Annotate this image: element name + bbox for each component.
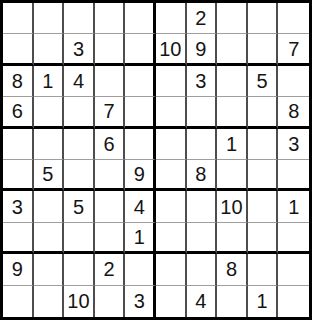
- cell-r2c4[interactable]: [95, 34, 126, 65]
- cell-r6c1[interactable]: [3, 160, 34, 191]
- cell-r2c5[interactable]: [125, 34, 156, 65]
- cell-r8c2[interactable]: [34, 223, 65, 254]
- cell-r10c2[interactable]: [34, 286, 65, 317]
- cell-r9c2[interactable]: [34, 254, 65, 285]
- cell-r10c1[interactable]: [3, 286, 34, 317]
- cell-r4c6[interactable]: [156, 97, 187, 128]
- cell-r9c9[interactable]: [248, 254, 279, 285]
- cell-r4c7[interactable]: [187, 97, 218, 128]
- cell-r4c10[interactable]: 8: [278, 97, 309, 128]
- cell-r5c7[interactable]: [187, 129, 218, 160]
- cell-r3c9[interactable]: 5: [248, 66, 279, 97]
- cell-r1c5[interactable]: [125, 3, 156, 34]
- cell-r6c2[interactable]: 5: [34, 160, 65, 191]
- cell-r8c5[interactable]: 1: [125, 223, 156, 254]
- sudoku-board: 23109781435678613598354101192810341: [0, 0, 312, 320]
- cell-r10c3[interactable]: 10: [64, 286, 95, 317]
- cell-r3c8[interactable]: [217, 66, 248, 97]
- cell-r2c8[interactable]: [217, 34, 248, 65]
- cell-r5c3[interactable]: [64, 129, 95, 160]
- cell-r6c4[interactable]: [95, 160, 126, 191]
- cell-r6c5[interactable]: 9: [125, 160, 156, 191]
- cell-r3c2[interactable]: 1: [34, 66, 65, 97]
- cell-r9c1[interactable]: 9: [3, 254, 34, 285]
- cell-r3c5[interactable]: [125, 66, 156, 97]
- cell-r7c6[interactable]: [156, 191, 187, 222]
- cell-r1c2[interactable]: [34, 3, 65, 34]
- cell-r2c7[interactable]: 9: [187, 34, 218, 65]
- cell-r8c9[interactable]: [248, 223, 279, 254]
- cell-r4c1[interactable]: 6: [3, 97, 34, 128]
- cell-r8c6[interactable]: [156, 223, 187, 254]
- cell-r4c8[interactable]: [217, 97, 248, 128]
- cell-r2c1[interactable]: [3, 34, 34, 65]
- cell-r8c7[interactable]: [187, 223, 218, 254]
- cell-r9c10[interactable]: [278, 254, 309, 285]
- cell-r5c10[interactable]: 3: [278, 129, 309, 160]
- cell-r9c6[interactable]: [156, 254, 187, 285]
- cell-r2c10[interactable]: 7: [278, 34, 309, 65]
- cell-r3c1[interactable]: 8: [3, 66, 34, 97]
- cell-r1c7[interactable]: 2: [187, 3, 218, 34]
- cell-r8c10[interactable]: [278, 223, 309, 254]
- cell-r8c1[interactable]: [3, 223, 34, 254]
- cell-r4c3[interactable]: [64, 97, 95, 128]
- cell-r6c8[interactable]: [217, 160, 248, 191]
- cell-r9c4[interactable]: 2: [95, 254, 126, 285]
- cell-r6c6[interactable]: [156, 160, 187, 191]
- cell-r10c10[interactable]: [278, 286, 309, 317]
- cell-r9c5[interactable]: [125, 254, 156, 285]
- cell-r5c9[interactable]: [248, 129, 279, 160]
- cell-r1c4[interactable]: [95, 3, 126, 34]
- cell-r7c2[interactable]: [34, 191, 65, 222]
- cell-r6c7[interactable]: 8: [187, 160, 218, 191]
- cell-r1c1[interactable]: [3, 3, 34, 34]
- cell-r10c4[interactable]: [95, 286, 126, 317]
- cell-r3c6[interactable]: [156, 66, 187, 97]
- cell-r5c5[interactable]: [125, 129, 156, 160]
- cell-r4c4[interactable]: 7: [95, 97, 126, 128]
- cell-r4c2[interactable]: [34, 97, 65, 128]
- cell-r8c4[interactable]: [95, 223, 126, 254]
- cell-r1c10[interactable]: [278, 3, 309, 34]
- cell-r7c1[interactable]: 3: [3, 191, 34, 222]
- cell-r7c10[interactable]: 1: [278, 191, 309, 222]
- cell-r6c3[interactable]: [64, 160, 95, 191]
- cell-r5c8[interactable]: 1: [217, 129, 248, 160]
- cell-r2c3[interactable]: 3: [64, 34, 95, 65]
- cell-r3c3[interactable]: 4: [64, 66, 95, 97]
- cell-r1c8[interactable]: [217, 3, 248, 34]
- cell-r7c8[interactable]: 10: [217, 191, 248, 222]
- cell-r1c3[interactable]: [64, 3, 95, 34]
- cell-r9c7[interactable]: [187, 254, 218, 285]
- cell-r4c9[interactable]: [248, 97, 279, 128]
- cell-r9c3[interactable]: [64, 254, 95, 285]
- cell-r4c5[interactable]: [125, 97, 156, 128]
- cell-r7c7[interactable]: [187, 191, 218, 222]
- cell-r10c9[interactable]: 1: [248, 286, 279, 317]
- cell-r5c4[interactable]: 6: [95, 129, 126, 160]
- cell-r5c6[interactable]: [156, 129, 187, 160]
- cell-r9c8[interactable]: 8: [217, 254, 248, 285]
- cell-r2c9[interactable]: [248, 34, 279, 65]
- cell-r3c10[interactable]: [278, 66, 309, 97]
- cell-r2c2[interactable]: [34, 34, 65, 65]
- cell-r10c5[interactable]: 3: [125, 286, 156, 317]
- cell-r6c9[interactable]: [248, 160, 279, 191]
- cell-r7c5[interactable]: 4: [125, 191, 156, 222]
- cell-r1c9[interactable]: [248, 3, 279, 34]
- cell-r3c7[interactable]: 3: [187, 66, 218, 97]
- cell-r8c8[interactable]: [217, 223, 248, 254]
- cell-r8c3[interactable]: [64, 223, 95, 254]
- cell-r10c8[interactable]: [217, 286, 248, 317]
- cell-r2c6[interactable]: 10: [156, 34, 187, 65]
- cell-r5c2[interactable]: [34, 129, 65, 160]
- cell-r5c1[interactable]: [3, 129, 34, 160]
- cell-r10c7[interactable]: 4: [187, 286, 218, 317]
- cell-r6c10[interactable]: [278, 160, 309, 191]
- cell-r7c9[interactable]: [248, 191, 279, 222]
- cell-r3c4[interactable]: [95, 66, 126, 97]
- cell-r7c3[interactable]: 5: [64, 191, 95, 222]
- cell-r1c6[interactable]: [156, 3, 187, 34]
- cell-r10c6[interactable]: [156, 286, 187, 317]
- cell-r7c4[interactable]: [95, 191, 126, 222]
